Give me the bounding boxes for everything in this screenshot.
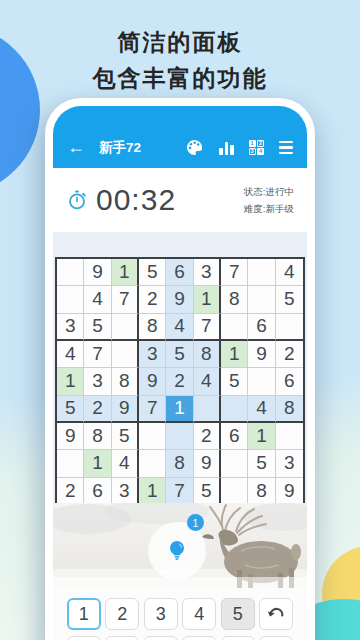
sudoku-cell[interactable]: 3 (112, 478, 139, 505)
sudoku-cell[interactable]: 6 (276, 368, 303, 395)
sudoku-cell[interactable]: 6 (221, 423, 248, 450)
sudoku-cell[interactable] (221, 314, 248, 341)
sudoku-cell[interactable]: 2 (139, 286, 166, 313)
sudoku-cell[interactable]: 3 (139, 341, 166, 368)
sudoku-cell[interactable]: 9 (84, 259, 111, 286)
sudoku-cell[interactable]: 9 (248, 341, 275, 368)
sudoku-cell[interactable]: 9 (57, 423, 84, 450)
promo-line-2: 包含丰富的功能 (0, 60, 360, 96)
sudoku-cell[interactable] (221, 396, 248, 423)
status-text: 状态:进行中 (244, 183, 294, 200)
numpad-key-hidden[interactable] (144, 636, 178, 640)
palette-icon[interactable] (185, 138, 204, 157)
screenshot-root: 简洁的面板 包含丰富的功能 ← 新手72 (0, 0, 360, 640)
sudoku-cell[interactable]: 2 (194, 423, 221, 450)
sudoku-cell[interactable]: 5 (84, 314, 111, 341)
sudoku-cell[interactable]: 1 (57, 368, 84, 395)
sudoku-cell[interactable]: 5 (112, 423, 139, 450)
sudoku-cell[interactable] (166, 423, 193, 450)
sudoku-cell[interactable]: 7 (194, 314, 221, 341)
game-stats: 状态:进行中 难度:新手级 (244, 183, 294, 217)
sudoku-board: 9156374472918535847647358192138924565297… (55, 257, 305, 507)
sudoku-cell[interactable]: 1 (112, 259, 139, 286)
sudoku-cell[interactable]: 5 (57, 396, 84, 423)
sudoku-cell[interactable]: 4 (194, 368, 221, 395)
sudoku-cell[interactable]: 7 (112, 286, 139, 313)
info-row: 00:32 状态:进行中 难度:新手级 (53, 168, 307, 232)
app-bar-actions: 1234 (185, 138, 293, 157)
sudoku-cell[interactable]: 6 (248, 314, 275, 341)
sudoku-cell[interactable] (248, 368, 275, 395)
promo-headline: 简洁的面板 包含丰富的功能 (0, 24, 360, 96)
board-area: 9156374472918535847647358192138924565297… (53, 232, 307, 503)
sudoku-cell[interactable]: 4 (84, 286, 111, 313)
sudoku-cell[interactable]: 5 (166, 341, 193, 368)
sudoku-cell[interactable]: 2 (166, 368, 193, 395)
sudoku-cell[interactable]: 8 (248, 478, 275, 505)
sudoku-cell[interactable]: 1 (194, 286, 221, 313)
sudoku-cell[interactable] (57, 286, 84, 313)
number-pad: 12345 (53, 588, 307, 640)
numpad-key-hidden[interactable] (67, 636, 101, 640)
sudoku-cell[interactable]: 4 (248, 396, 275, 423)
sudoku-cell[interactable] (276, 314, 303, 341)
app-screen: ← 新手72 1234 (53, 106, 307, 640)
sudoku-cell[interactable]: 8 (84, 423, 111, 450)
sudoku-cell[interactable]: 9 (194, 450, 221, 477)
number-pad-row-1: 12345 (53, 598, 307, 630)
menu-icon[interactable] (279, 141, 293, 154)
numpad-key-hidden[interactable] (182, 636, 216, 640)
lightbulb-icon (166, 539, 188, 563)
sudoku-cell[interactable]: 2 (276, 341, 303, 368)
sudoku-cell[interactable]: 9 (166, 286, 193, 313)
sudoku-cell[interactable]: 8 (166, 450, 193, 477)
background-photo-deer: 1 (53, 503, 307, 588)
sudoku-cell[interactable]: 7 (84, 341, 111, 368)
sudoku-cell[interactable]: 2 (84, 396, 111, 423)
number-grid-icon[interactable]: 1234 (249, 140, 265, 156)
sudoku-cell[interactable]: 5 (139, 259, 166, 286)
sudoku-cell[interactable]: 8 (194, 341, 221, 368)
sudoku-cell[interactable]: 4 (166, 314, 193, 341)
puzzle-title: 新手72 (99, 139, 141, 157)
sudoku-cell[interactable] (112, 341, 139, 368)
stopwatch-icon (66, 189, 88, 211)
sudoku-cell[interactable]: 3 (194, 259, 221, 286)
sudoku-cell[interactable] (276, 423, 303, 450)
sudoku-cell[interactable] (248, 259, 275, 286)
numpad-key-hidden[interactable] (259, 636, 293, 640)
numpad-key-2[interactable]: 2 (105, 598, 139, 630)
numpad-key-hidden[interactable] (221, 636, 255, 640)
sudoku-cell[interactable]: 9 (276, 478, 303, 505)
sudoku-cell[interactable] (194, 396, 221, 423)
sudoku-cell-selected[interactable]: 1 (166, 396, 193, 423)
sudoku-cell[interactable]: 1 (84, 450, 111, 477)
numpad-key-4[interactable]: 4 (182, 598, 216, 630)
sudoku-cell[interactable]: 3 (84, 368, 111, 395)
sudoku-cell[interactable]: 7 (221, 259, 248, 286)
sudoku-cell[interactable] (57, 259, 84, 286)
back-arrow-icon[interactable]: ← (67, 137, 85, 157)
app-bar: ← 新手72 1234 (53, 106, 307, 168)
sudoku-cell[interactable]: 7 (139, 396, 166, 423)
sudoku-cell[interactable]: 9 (112, 396, 139, 423)
sudoku-cell[interactable]: 8 (276, 396, 303, 423)
undo-button[interactable] (259, 598, 293, 630)
sudoku-cell[interactable] (57, 450, 84, 477)
sudoku-cell[interactable]: 3 (57, 314, 84, 341)
sudoku-cell[interactable]: 9 (139, 368, 166, 395)
sudoku-cell[interactable]: 8 (139, 314, 166, 341)
sudoku-cell[interactable]: 5 (248, 450, 275, 477)
sudoku-cell[interactable]: 1 (248, 423, 275, 450)
sudoku-cell[interactable]: 4 (57, 341, 84, 368)
bar-chart-icon[interactable] (219, 141, 234, 155)
sudoku-cell[interactable]: 5 (221, 368, 248, 395)
sudoku-cell[interactable] (221, 478, 248, 505)
undo-arrow-icon (265, 603, 287, 625)
sudoku-cell[interactable]: 4 (112, 450, 139, 477)
number-pad-row-2 (53, 636, 307, 640)
sudoku-cell[interactable]: 6 (166, 259, 193, 286)
sudoku-cell[interactable]: 8 (112, 368, 139, 395)
timer-value: 00:32 (96, 183, 176, 217)
sudoku-cell[interactable]: 5 (276, 286, 303, 313)
sudoku-cell[interactable]: 8 (221, 286, 248, 313)
hint-count-badge: 1 (187, 514, 204, 531)
sudoku-cell[interactable] (139, 423, 166, 450)
promo-line-1: 简洁的面板 (0, 24, 360, 60)
sudoku-cell[interactable]: 1 (221, 341, 248, 368)
sudoku-cell[interactable]: 4 (276, 259, 303, 286)
difficulty-text: 难度:新手级 (244, 200, 294, 217)
numpad-key-1[interactable]: 1 (67, 598, 101, 630)
numpad-key-5[interactable]: 5 (221, 598, 255, 630)
sudoku-cell[interactable]: 1 (139, 478, 166, 505)
sudoku-cell[interactable] (139, 450, 166, 477)
numpad-key-3[interactable]: 3 (144, 598, 178, 630)
sudoku-cell[interactable]: 6 (84, 478, 111, 505)
sudoku-cell[interactable]: 7 (166, 478, 193, 505)
sudoku-cell[interactable] (112, 314, 139, 341)
sudoku-cell[interactable] (221, 450, 248, 477)
sudoku-cell[interactable]: 5 (194, 478, 221, 505)
sudoku-cell[interactable]: 3 (276, 450, 303, 477)
sudoku-cell[interactable]: 2 (57, 478, 84, 505)
phone-mockup: ← 新手72 1234 (45, 98, 315, 640)
sudoku-cell[interactable] (248, 286, 275, 313)
numpad-key-hidden[interactable] (105, 636, 139, 640)
